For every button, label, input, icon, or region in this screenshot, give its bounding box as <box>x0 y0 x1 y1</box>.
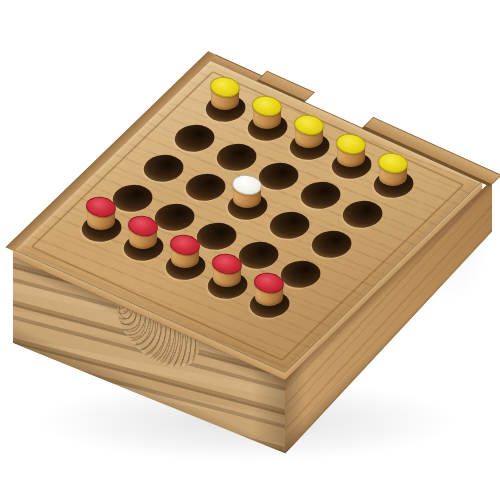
yellow-peg[interactable] <box>294 115 324 153</box>
red-peg[interactable] <box>254 273 284 311</box>
yellow-peg[interactable] <box>336 134 366 172</box>
red-peg[interactable] <box>170 235 200 273</box>
yellow-peg[interactable] <box>210 77 240 115</box>
red-peg[interactable] <box>212 254 242 292</box>
yellow-peg[interactable] <box>252 96 282 134</box>
product-photo-scene <box>0 0 500 500</box>
red-peg[interactable] <box>86 197 116 235</box>
white-neutron-peg[interactable] <box>232 175 262 213</box>
red-peg[interactable] <box>128 216 158 254</box>
yellow-peg[interactable] <box>378 153 408 191</box>
